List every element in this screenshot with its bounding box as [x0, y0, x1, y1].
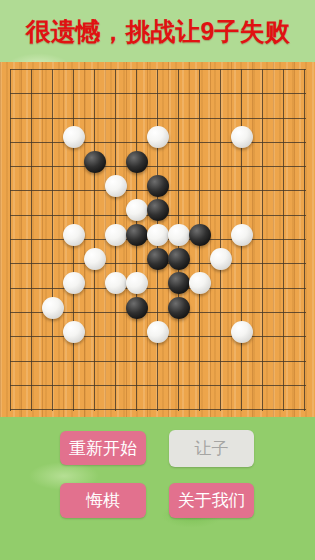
black-stone	[126, 151, 148, 173]
white-stone	[105, 175, 127, 197]
black-stone	[147, 199, 169, 221]
black-stone	[126, 297, 148, 319]
white-stone	[84, 248, 106, 270]
white-stone	[210, 248, 232, 270]
white-stone	[189, 272, 211, 294]
white-stone	[147, 321, 169, 343]
white-stone	[231, 224, 253, 246]
white-stone	[147, 224, 169, 246]
handicap-button[interactable]: 让子	[169, 430, 254, 467]
gomoku-board[interactable]	[0, 62, 315, 417]
white-stone	[105, 272, 127, 294]
white-stone	[63, 224, 85, 246]
white-stone	[168, 224, 190, 246]
status-message: 很遗憾，挑战让9子失败	[0, 0, 315, 62]
black-stone	[147, 175, 169, 197]
white-stone	[63, 321, 85, 343]
black-stone	[84, 151, 106, 173]
board-grid	[10, 69, 306, 411]
button-panel: 重新开始 让子 悔棋 关于我们	[0, 417, 315, 560]
gomoku-app: 很遗憾，挑战让9子失败 重新开始 让子 悔棋 关于我们	[0, 0, 315, 560]
white-stone	[42, 297, 64, 319]
white-stone	[231, 126, 253, 148]
black-stone	[147, 248, 169, 270]
undo-button[interactable]: 悔棋	[60, 483, 146, 518]
black-stone	[168, 272, 190, 294]
about-button[interactable]: 关于我们	[169, 483, 254, 518]
restart-button[interactable]: 重新开始	[60, 431, 146, 465]
white-stone	[105, 224, 127, 246]
white-stone	[63, 272, 85, 294]
black-stone	[168, 297, 190, 319]
white-stone	[147, 126, 169, 148]
white-stone	[126, 272, 148, 294]
white-stone	[63, 126, 85, 148]
black-stone	[168, 248, 190, 270]
white-stone	[231, 321, 253, 343]
black-stone	[189, 224, 211, 246]
black-stone	[126, 224, 148, 246]
white-stone	[126, 199, 148, 221]
